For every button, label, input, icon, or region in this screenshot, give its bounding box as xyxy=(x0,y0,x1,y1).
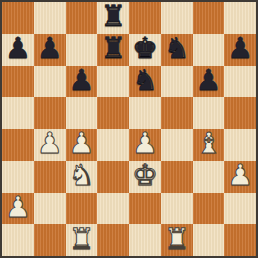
square-h5[interactable] xyxy=(224,97,256,129)
square-e1[interactable] xyxy=(129,224,161,256)
square-f7[interactable]: ♞ xyxy=(161,34,193,66)
black-king-e7[interactable]: ♚ xyxy=(132,34,158,64)
square-a4[interactable] xyxy=(2,129,34,161)
black-pawn-a7[interactable]: ♟ xyxy=(5,34,31,64)
white-knight-c3[interactable]: ♞ xyxy=(68,161,94,191)
square-b6[interactable] xyxy=(34,66,66,98)
square-b7[interactable]: ♟ xyxy=(34,34,66,66)
square-c7[interactable] xyxy=(66,34,98,66)
square-g3[interactable] xyxy=(193,161,225,193)
square-c4[interactable]: ♟ xyxy=(66,129,98,161)
square-a1[interactable] xyxy=(2,224,34,256)
square-f4[interactable] xyxy=(161,129,193,161)
square-b4[interactable]: ♟ xyxy=(34,129,66,161)
square-a3[interactable] xyxy=(2,161,34,193)
chess-board-frame: ♜♟♟♜♚♞♟♟♞♟♟♟♟♝♞♚♟♟♜♜ xyxy=(0,0,258,258)
black-knight-f7[interactable]: ♞ xyxy=(164,34,190,64)
square-c8[interactable] xyxy=(66,2,98,34)
square-f5[interactable] xyxy=(161,97,193,129)
square-a2[interactable]: ♟ xyxy=(2,193,34,225)
square-d2[interactable] xyxy=(97,193,129,225)
square-f8[interactable] xyxy=(161,2,193,34)
black-rook-d8[interactable]: ♜ xyxy=(100,2,126,32)
square-f2[interactable] xyxy=(161,193,193,225)
square-e5[interactable] xyxy=(129,97,161,129)
black-pawn-g6[interactable]: ♟ xyxy=(195,66,221,96)
square-d1[interactable] xyxy=(97,224,129,256)
square-b5[interactable] xyxy=(34,97,66,129)
square-h4[interactable] xyxy=(224,129,256,161)
white-pawn-a2[interactable]: ♟ xyxy=(5,193,31,223)
square-b8[interactable] xyxy=(34,2,66,34)
black-knight-e6[interactable]: ♞ xyxy=(132,66,158,96)
square-f1[interactable]: ♜ xyxy=(161,224,193,256)
square-e3[interactable]: ♚ xyxy=(129,161,161,193)
square-g2[interactable] xyxy=(193,193,225,225)
square-h1[interactable] xyxy=(224,224,256,256)
square-c3[interactable]: ♞ xyxy=(66,161,98,193)
square-d6[interactable] xyxy=(97,66,129,98)
square-c2[interactable] xyxy=(66,193,98,225)
square-g8[interactable] xyxy=(193,2,225,34)
square-h8[interactable] xyxy=(224,2,256,34)
white-rook-f1[interactable]: ♜ xyxy=(164,224,190,254)
square-d3[interactable] xyxy=(97,161,129,193)
square-c1[interactable]: ♜ xyxy=(66,224,98,256)
white-king-e3[interactable]: ♚ xyxy=(132,161,158,191)
square-h2[interactable] xyxy=(224,193,256,225)
square-g5[interactable] xyxy=(193,97,225,129)
square-h7[interactable]: ♟ xyxy=(224,34,256,66)
square-a6[interactable] xyxy=(2,66,34,98)
chess-board: ♜♟♟♜♚♞♟♟♞♟♟♟♟♝♞♚♟♟♜♜ xyxy=(2,2,256,256)
square-d8[interactable]: ♜ xyxy=(97,2,129,34)
square-h6[interactable] xyxy=(224,66,256,98)
black-rook-d7[interactable]: ♜ xyxy=(100,34,126,64)
square-g6[interactable]: ♟ xyxy=(193,66,225,98)
square-e7[interactable]: ♚ xyxy=(129,34,161,66)
square-h3[interactable]: ♟ xyxy=(224,161,256,193)
square-a7[interactable]: ♟ xyxy=(2,34,34,66)
square-e8[interactable] xyxy=(129,2,161,34)
square-d4[interactable] xyxy=(97,129,129,161)
square-d5[interactable] xyxy=(97,97,129,129)
square-b3[interactable] xyxy=(34,161,66,193)
square-c5[interactable] xyxy=(66,97,98,129)
white-pawn-h3[interactable]: ♟ xyxy=(227,161,253,191)
white-pawn-c4[interactable]: ♟ xyxy=(68,129,94,159)
square-g7[interactable] xyxy=(193,34,225,66)
black-pawn-h7[interactable]: ♟ xyxy=(227,34,253,64)
square-b2[interactable] xyxy=(34,193,66,225)
black-pawn-c6[interactable]: ♟ xyxy=(68,66,94,96)
white-pawn-b4[interactable]: ♟ xyxy=(37,129,63,159)
square-a5[interactable] xyxy=(2,97,34,129)
square-f6[interactable] xyxy=(161,66,193,98)
square-d7[interactable]: ♜ xyxy=(97,34,129,66)
white-bishop-g4[interactable]: ♝ xyxy=(195,129,221,159)
square-g1[interactable] xyxy=(193,224,225,256)
white-pawn-e4[interactable]: ♟ xyxy=(132,129,158,159)
square-a8[interactable] xyxy=(2,2,34,34)
square-c6[interactable]: ♟ xyxy=(66,66,98,98)
square-g4[interactable]: ♝ xyxy=(193,129,225,161)
square-e2[interactable] xyxy=(129,193,161,225)
square-e6[interactable]: ♞ xyxy=(129,66,161,98)
square-e4[interactable]: ♟ xyxy=(129,129,161,161)
square-f3[interactable] xyxy=(161,161,193,193)
white-rook-c1[interactable]: ♜ xyxy=(68,224,94,254)
black-pawn-b7[interactable]: ♟ xyxy=(37,34,63,64)
square-b1[interactable] xyxy=(34,224,66,256)
